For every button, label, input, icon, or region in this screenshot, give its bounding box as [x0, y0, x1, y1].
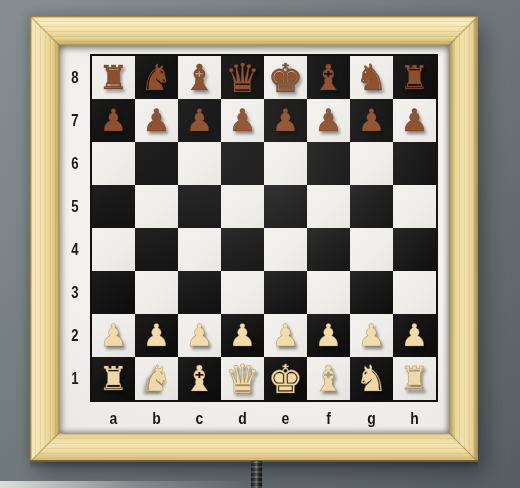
chess-board: 87654321 ♜♞♝♛♚♝♞♜♟♟♟♟♟♟♟♟♟♟♟♟♟♟♟♟♜♞♝♛♚♝♞… [62, 54, 438, 430]
square-d3[interactable] [221, 271, 264, 314]
square-h7[interactable]: ♟ [393, 99, 436, 142]
square-e4[interactable] [264, 228, 307, 271]
square-b8[interactable]: ♞ [135, 56, 178, 99]
square-d5[interactable] [221, 185, 264, 228]
piece-white-pawn-d2[interactable]: ♟ [229, 320, 257, 351]
square-d6[interactable] [221, 142, 264, 185]
frame-right-rail [449, 16, 478, 462]
file-label-c: c [182, 406, 217, 432]
square-h4[interactable] [393, 228, 436, 271]
photo-scene: 87654321 ♜♞♝♛♚♝♞♜♟♟♟♟♟♟♟♟♟♟♟♟♟♟♟♟♜♞♝♛♚♝♞… [0, 0, 520, 488]
piece-black-pawn-c7[interactable]: ♟ [186, 105, 214, 136]
square-a6[interactable] [92, 142, 135, 185]
piece-white-rook-a1[interactable]: ♜ [99, 362, 129, 395]
square-a5[interactable] [92, 185, 135, 228]
square-b3[interactable] [135, 271, 178, 314]
square-a1[interactable]: ♜ [92, 357, 135, 400]
square-b7[interactable]: ♟ [135, 99, 178, 142]
square-h1[interactable]: ♜ [393, 357, 436, 400]
piece-white-knight-g1[interactable]: ♞ [355, 361, 387, 397]
square-e7[interactable]: ♟ [264, 99, 307, 142]
piece-white-rook-h1[interactable]: ♜ [400, 362, 430, 395]
square-e6[interactable] [264, 142, 307, 185]
piece-white-pawn-f2[interactable]: ♟ [315, 320, 343, 351]
square-h6[interactable] [393, 142, 436, 185]
file-label-e: e [268, 406, 303, 432]
square-b1[interactable]: ♞ [135, 357, 178, 400]
square-c8[interactable]: ♝ [178, 56, 221, 99]
square-c2[interactable]: ♟ [178, 314, 221, 357]
square-f3[interactable] [307, 271, 350, 314]
frame-bottom-rail [30, 433, 478, 462]
square-b5[interactable] [135, 185, 178, 228]
square-a8[interactable]: ♜ [92, 56, 135, 99]
rank-label-8: 8 [64, 56, 85, 99]
square-f7[interactable]: ♟ [307, 99, 350, 142]
square-a4[interactable] [92, 228, 135, 271]
rank-label-3: 3 [64, 271, 85, 314]
piece-white-bishop-c1[interactable]: ♝ [183, 361, 215, 397]
piece-black-pawn-d7[interactable]: ♟ [229, 105, 257, 136]
file-label-f: f [311, 406, 346, 432]
square-e3[interactable] [264, 271, 307, 314]
square-h5[interactable] [393, 185, 436, 228]
square-c1[interactable]: ♝ [178, 357, 221, 400]
square-c7[interactable]: ♟ [178, 99, 221, 142]
piece-black-knight-g8[interactable]: ♞ [355, 60, 387, 96]
square-d7[interactable]: ♟ [221, 99, 264, 142]
square-b6[interactable] [135, 142, 178, 185]
rank-label-6: 6 [64, 142, 85, 185]
square-f5[interactable] [307, 185, 350, 228]
piece-white-bishop-f1[interactable]: ♝ [312, 361, 344, 397]
rank-label-2: 2 [64, 314, 85, 357]
frame-top-rail [30, 16, 478, 45]
square-c3[interactable] [178, 271, 221, 314]
piece-black-knight-b8[interactable]: ♞ [140, 60, 172, 96]
board-panel: 87654321 ♜♞♝♛♚♝♞♜♟♟♟♟♟♟♟♟♟♟♟♟♟♟♟♟♜♞♝♛♚♝♞… [59, 45, 449, 433]
rank-labels: 87654321 [62, 56, 88, 404]
piece-black-pawn-e7[interactable]: ♟ [272, 105, 300, 136]
square-f1[interactable]: ♝ [307, 357, 350, 400]
picture-frame: 87654321 ♜♞♝♛♚♝♞♜♟♟♟♟♟♟♟♟♟♟♟♟♟♟♟♟♜♞♝♛♚♝♞… [30, 16, 478, 462]
piece-white-pawn-c2[interactable]: ♟ [186, 320, 214, 351]
piece-white-pawn-a2[interactable]: ♟ [100, 320, 128, 351]
piece-white-pawn-h2[interactable]: ♟ [401, 320, 429, 351]
file-label-h: h [397, 406, 432, 432]
piece-white-pawn-g2[interactable]: ♟ [358, 320, 386, 351]
file-label-d: d [225, 406, 260, 432]
square-e1[interactable]: ♚ [264, 357, 307, 400]
square-g3[interactable] [350, 271, 393, 314]
rank-label-5: 5 [64, 185, 85, 228]
piece-black-rook-a8[interactable]: ♜ [99, 61, 129, 94]
file-labels: abcdefgh [92, 406, 436, 432]
piece-white-pawn-e2[interactable]: ♟ [272, 320, 300, 351]
square-g7[interactable]: ♟ [350, 99, 393, 142]
piece-black-pawn-g7[interactable]: ♟ [358, 105, 386, 136]
piece-white-queen-d1[interactable]: ♛ [225, 359, 261, 399]
square-f4[interactable] [307, 228, 350, 271]
square-h8[interactable]: ♜ [393, 56, 436, 99]
square-e5[interactable] [264, 185, 307, 228]
piece-black-pawn-h7[interactable]: ♟ [401, 105, 429, 136]
file-label-a: a [96, 406, 131, 432]
square-g5[interactable] [350, 185, 393, 228]
rank-label-7: 7 [64, 99, 85, 142]
square-f6[interactable] [307, 142, 350, 185]
piece-black-king-e8[interactable]: ♚ [268, 58, 304, 98]
rank-label-4: 4 [64, 228, 85, 271]
piece-white-pawn-b2[interactable]: ♟ [143, 320, 171, 351]
square-d8[interactable]: ♛ [221, 56, 264, 99]
square-b2[interactable]: ♟ [135, 314, 178, 357]
square-a7[interactable]: ♟ [92, 99, 135, 142]
square-g1[interactable]: ♞ [350, 357, 393, 400]
square-c6[interactable] [178, 142, 221, 185]
piece-black-pawn-f7[interactable]: ♟ [315, 105, 343, 136]
square-f2[interactable]: ♟ [307, 314, 350, 357]
file-label-g: g [354, 406, 389, 432]
board-squares: ♜♞♝♛♚♝♞♜♟♟♟♟♟♟♟♟♟♟♟♟♟♟♟♟♜♞♝♛♚♝♞♜ [90, 54, 438, 402]
piece-white-king-e1[interactable]: ♚ [268, 359, 304, 399]
stand-pole [251, 461, 262, 488]
square-c5[interactable] [178, 185, 221, 228]
square-e8[interactable]: ♚ [264, 56, 307, 99]
square-d2[interactable]: ♟ [221, 314, 264, 357]
square-d4[interactable] [221, 228, 264, 271]
square-h3[interactable] [393, 271, 436, 314]
square-a3[interactable] [92, 271, 135, 314]
square-b4[interactable] [135, 228, 178, 271]
piece-black-pawn-b7[interactable]: ♟ [143, 105, 171, 136]
square-e2[interactable]: ♟ [264, 314, 307, 357]
square-g6[interactable] [350, 142, 393, 185]
piece-black-rook-h8[interactable]: ♜ [400, 61, 430, 94]
square-h2[interactable]: ♟ [393, 314, 436, 357]
rank-label-1: 1 [64, 357, 85, 400]
frame-left-rail [30, 16, 59, 462]
piece-black-pawn-a7[interactable]: ♟ [100, 105, 128, 136]
square-c4[interactable] [178, 228, 221, 271]
piece-black-bishop-c8[interactable]: ♝ [183, 60, 215, 96]
square-g2[interactable]: ♟ [350, 314, 393, 357]
square-a2[interactable]: ♟ [92, 314, 135, 357]
square-g4[interactable] [350, 228, 393, 271]
piece-black-bishop-f8[interactable]: ♝ [312, 60, 344, 96]
piece-black-queen-d8[interactable]: ♛ [225, 58, 261, 98]
square-d1[interactable]: ♛ [221, 357, 264, 400]
file-label-b: b [139, 406, 174, 432]
piece-white-knight-b1[interactable]: ♞ [140, 361, 172, 397]
square-g8[interactable]: ♞ [350, 56, 393, 99]
square-f8[interactable]: ♝ [307, 56, 350, 99]
